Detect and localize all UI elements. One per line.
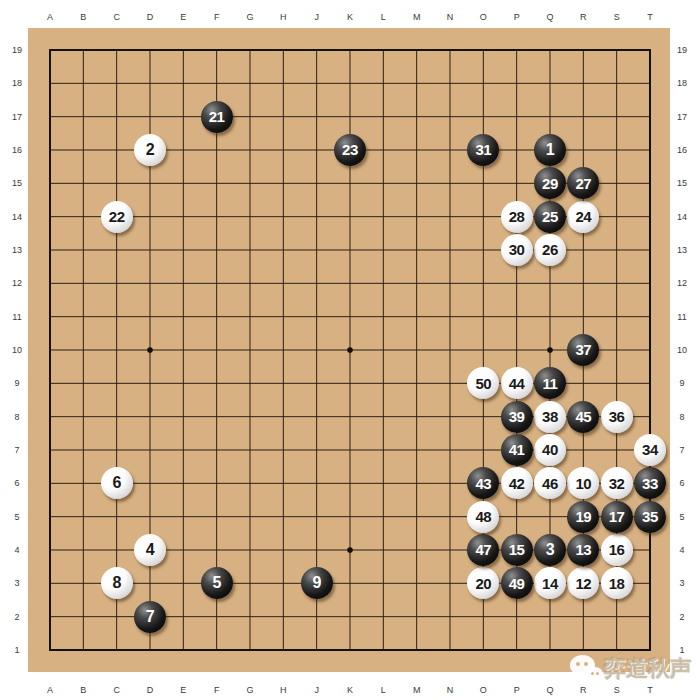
white-stone-50: 50	[467, 367, 499, 399]
black-stone-21: 21	[201, 101, 233, 133]
black-stone-33: 33	[634, 467, 666, 499]
black-stone-3: 3	[534, 534, 566, 566]
white-stone-46: 46	[534, 467, 566, 499]
white-stone-6: 6	[101, 467, 133, 499]
row-label-left-5: 5	[6, 511, 28, 523]
col-label-bottom-N: N	[440, 684, 460, 696]
black-stone-43: 43	[467, 467, 499, 499]
col-label-top-L: L	[373, 11, 393, 23]
col-label-bottom-D: D	[140, 684, 160, 696]
row-label-left-18: 18	[6, 77, 28, 89]
col-label-top-H: H	[273, 11, 293, 23]
black-stone-29: 29	[534, 167, 566, 199]
col-label-top-K: K	[340, 11, 360, 23]
row-label-left-19: 19	[6, 44, 28, 56]
col-label-top-F: F	[207, 11, 227, 23]
col-label-top-T: T	[640, 11, 660, 23]
black-stone-25: 25	[534, 201, 566, 233]
row-label-right-11: 11	[671, 311, 693, 323]
row-label-left-1: 1	[6, 644, 28, 656]
go-diagram-page: 1234567891011121314151617181920212223242…	[0, 0, 700, 700]
watermark-text: 弈道秋声	[604, 654, 692, 684]
row-label-left-10: 10	[6, 344, 28, 356]
black-stone-1: 1	[534, 134, 566, 166]
row-label-left-12: 12	[6, 277, 28, 289]
wechat-icon	[568, 652, 604, 686]
black-stone-7: 7	[134, 601, 166, 633]
row-label-left-9: 9	[6, 377, 28, 389]
col-label-top-G: G	[240, 11, 260, 23]
row-label-right-19: 19	[671, 44, 693, 56]
black-stone-41: 41	[501, 434, 533, 466]
row-label-left-15: 15	[6, 177, 28, 189]
col-label-bottom-G: G	[240, 684, 260, 696]
row-label-right-8: 8	[671, 411, 693, 423]
wechat-bubble-small	[587, 667, 603, 681]
white-stone-34: 34	[634, 434, 666, 466]
black-stone-9: 9	[301, 567, 333, 599]
row-label-right-3: 3	[671, 577, 693, 589]
col-label-top-R: R	[573, 11, 593, 23]
col-label-top-O: O	[473, 11, 493, 23]
black-stone-19: 19	[567, 501, 599, 533]
col-label-top-B: B	[73, 11, 93, 23]
col-label-top-C: C	[107, 11, 127, 23]
row-label-right-15: 15	[671, 177, 693, 189]
row-label-right-18: 18	[671, 77, 693, 89]
row-label-left-13: 13	[6, 244, 28, 256]
col-label-top-M: M	[407, 11, 427, 23]
white-stone-18: 18	[601, 567, 633, 599]
stones-layer: 1234567891011121314151617181920212223242…	[33, 33, 666, 666]
white-stone-38: 38	[534, 401, 566, 433]
row-label-right-12: 12	[671, 277, 693, 289]
black-stone-17: 17	[601, 501, 633, 533]
black-stone-37: 37	[567, 334, 599, 366]
col-label-top-E: E	[173, 11, 193, 23]
row-label-right-9: 9	[671, 377, 693, 389]
row-label-right-6: 6	[671, 477, 693, 489]
black-stone-45: 45	[567, 401, 599, 433]
col-label-top-J: J	[307, 11, 327, 23]
row-label-right-13: 13	[671, 244, 693, 256]
black-stone-13: 13	[567, 534, 599, 566]
white-stone-28: 28	[501, 201, 533, 233]
row-label-right-14: 14	[671, 211, 693, 223]
col-label-top-P: P	[507, 11, 527, 23]
black-stone-15: 15	[501, 534, 533, 566]
white-stone-36: 36	[601, 401, 633, 433]
col-label-bottom-Q: Q	[540, 684, 560, 696]
col-label-bottom-L: L	[373, 684, 393, 696]
col-label-bottom-B: B	[73, 684, 93, 696]
black-stone-49: 49	[501, 567, 533, 599]
col-label-bottom-E: E	[173, 684, 193, 696]
row-label-left-3: 3	[6, 577, 28, 589]
col-label-bottom-O: O	[473, 684, 493, 696]
row-label-right-16: 16	[671, 144, 693, 156]
row-label-left-8: 8	[6, 411, 28, 423]
col-label-top-A: A	[40, 11, 60, 23]
white-stone-4: 4	[134, 534, 166, 566]
white-stone-10: 10	[567, 467, 599, 499]
white-stone-42: 42	[501, 467, 533, 499]
row-label-left-2: 2	[6, 611, 28, 623]
watermark: 弈道秋声	[568, 649, 698, 689]
white-stone-12: 12	[567, 567, 599, 599]
row-label-right-10: 10	[671, 344, 693, 356]
col-label-bottom-F: F	[207, 684, 227, 696]
row-label-right-7: 7	[671, 444, 693, 456]
white-stone-24: 24	[567, 201, 599, 233]
white-stone-20: 20	[467, 567, 499, 599]
row-label-left-4: 4	[6, 544, 28, 556]
col-label-bottom-M: M	[407, 684, 427, 696]
row-label-left-11: 11	[6, 311, 28, 323]
col-label-bottom-H: H	[273, 684, 293, 696]
row-label-right-5: 5	[671, 511, 693, 523]
row-label-left-16: 16	[6, 144, 28, 156]
row-label-right-17: 17	[671, 111, 693, 123]
white-stone-30: 30	[501, 234, 533, 266]
white-stone-22: 22	[101, 201, 133, 233]
col-label-bottom-P: P	[507, 684, 527, 696]
white-stone-2: 2	[134, 134, 166, 166]
col-label-top-S: S	[607, 11, 627, 23]
white-stone-14: 14	[534, 567, 566, 599]
col-label-top-D: D	[140, 11, 160, 23]
row-label-left-17: 17	[6, 111, 28, 123]
row-label-left-7: 7	[6, 444, 28, 456]
col-label-top-Q: Q	[540, 11, 560, 23]
row-label-left-6: 6	[6, 477, 28, 489]
row-label-right-2: 2	[671, 611, 693, 623]
white-stone-26: 26	[534, 234, 566, 266]
black-stone-27: 27	[567, 167, 599, 199]
black-stone-11: 11	[534, 367, 566, 399]
white-stone-48: 48	[467, 501, 499, 533]
white-stone-40: 40	[534, 434, 566, 466]
white-stone-16: 16	[601, 534, 633, 566]
white-stone-8: 8	[101, 567, 133, 599]
col-label-bottom-K: K	[340, 684, 360, 696]
black-stone-23: 23	[334, 134, 366, 166]
black-stone-35: 35	[634, 501, 666, 533]
white-stone-44: 44	[501, 367, 533, 399]
black-stone-39: 39	[501, 401, 533, 433]
white-stone-32: 32	[601, 467, 633, 499]
row-label-right-4: 4	[671, 544, 693, 556]
black-stone-47: 47	[467, 534, 499, 566]
black-stone-31: 31	[467, 134, 499, 166]
col-label-bottom-C: C	[107, 684, 127, 696]
col-label-bottom-J: J	[307, 684, 327, 696]
col-label-top-N: N	[440, 11, 460, 23]
row-label-left-14: 14	[6, 211, 28, 223]
col-label-bottom-A: A	[40, 684, 60, 696]
black-stone-5: 5	[201, 567, 233, 599]
